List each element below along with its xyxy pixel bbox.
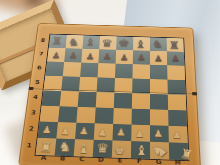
square-g3[interactable]	[150, 109, 168, 126]
file-label-d: D	[91, 155, 111, 165]
file-label-h: H	[168, 158, 188, 165]
piece-white-pawn-e2[interactable]: ♟	[116, 127, 126, 137]
square-h7[interactable]: ♟	[167, 51, 185, 65]
square-e8[interactable]: ♚	[116, 36, 133, 50]
piece-white-pawn-c2[interactable]: ♟	[79, 126, 89, 136]
square-b8[interactable]: ♞	[66, 35, 84, 49]
file-label-a: A	[34, 153, 54, 164]
square-b2[interactable]: ♟	[56, 122, 76, 139]
piece-white-pawn-h2[interactable]: ♟	[172, 130, 182, 140]
file-label-c: C	[72, 154, 92, 165]
square-f4[interactable]	[132, 93, 150, 109]
square-e3[interactable]	[113, 108, 132, 125]
rank-label-4: 4	[29, 89, 41, 105]
square-d3[interactable]	[95, 107, 114, 123]
square-b4[interactable]	[60, 91, 79, 107]
file-label-b: B	[53, 154, 73, 165]
rank-label-3: 3	[27, 104, 40, 120]
square-c4[interactable]	[78, 92, 97, 108]
piece-black-knight-b8[interactable]: ♞	[67, 37, 79, 48]
piece-black-pawn-a7[interactable]: ♟	[51, 51, 61, 59]
piece-black-bishop-f8[interactable]: ♝	[135, 39, 147, 50]
square-f6[interactable]	[132, 64, 149, 79]
piece-white-bishop-c1[interactable]: ♝	[77, 142, 91, 155]
piece-white-pawn-g2[interactable]: ♟	[153, 128, 163, 138]
square-e4[interactable]	[114, 93, 132, 109]
rank-label-1: 1	[23, 137, 36, 154]
board-grid: ♜♞♝♛♚♝♞♜♟♟♟♟♟♟♟♟♟♟♟♟♟♟♟♟♜♞♝♛♚♝♞♜	[34, 34, 189, 161]
piece-white-rook-a1[interactable]: ♜	[39, 140, 53, 153]
piece-black-rook-h8[interactable]: ♜	[168, 40, 180, 51]
file-label-g: G	[149, 157, 168, 165]
rank-label-2: 2	[25, 120, 38, 137]
rank-label-5: 5	[32, 75, 44, 90]
piece-white-pawn-b2[interactable]: ♟	[60, 126, 71, 136]
piece-white-pawn-d2[interactable]: ♟	[97, 127, 107, 137]
piece-black-pawn-h7[interactable]: ♟	[171, 54, 180, 62]
square-h2[interactable]: ♟	[168, 126, 187, 143]
square-d4[interactable]	[96, 92, 115, 108]
square-d7[interactable]: ♟	[98, 49, 116, 63]
square-g6[interactable]	[150, 65, 168, 80]
rank-label-6: 6	[34, 60, 46, 75]
piece-black-pawn-d7[interactable]: ♟	[103, 52, 112, 60]
square-d8[interactable]: ♛	[99, 36, 116, 50]
piece-black-rook-a8[interactable]: ♜	[51, 36, 64, 47]
piece-white-queen-d1[interactable]: ♛	[96, 141, 110, 154]
corner-blur-object-dark	[26, 0, 42, 4]
square-f2[interactable]: ♟	[131, 125, 150, 142]
piece-black-king-e8[interactable]: ♚	[118, 38, 130, 49]
square-a4[interactable]	[42, 90, 62, 106]
square-a3[interactable]	[40, 106, 60, 122]
piece-black-pawn-g7[interactable]: ♟	[154, 54, 163, 62]
piece-black-queen-d8[interactable]: ♛	[101, 38, 113, 49]
square-c8[interactable]: ♝	[82, 35, 100, 49]
square-e2[interactable]: ♟	[112, 124, 131, 141]
piece-white-bishop-f1[interactable]: ♝	[135, 144, 148, 158]
square-g8[interactable]: ♞	[150, 37, 167, 51]
square-c2[interactable]: ♟	[75, 123, 95, 140]
square-a6[interactable]	[45, 61, 64, 76]
rank-label-8: 8	[37, 33, 48, 47]
chess-board: ♜♞♝♛♚♝♞♜♟♟♟♟♟♟♟♟♟♟♟♟♟♟♟♟♜♞♝♛♚♝♞♜ ABCDEFG…	[18, 23, 201, 165]
square-a7[interactable]: ♟	[47, 48, 65, 62]
file-label-f: F	[130, 156, 149, 165]
square-e7[interactable]: ♟	[116, 50, 133, 64]
board-frame: ♜♞♝♛♚♝♞♜♟♟♟♟♟♟♟♟♟♟♟♟♟♟♟♟♜♞♝♛♚♝♞♜ ABCDEFG…	[18, 23, 201, 165]
square-h8[interactable]: ♜	[167, 38, 184, 52]
square-f3[interactable]	[132, 109, 150, 126]
square-h3[interactable]	[168, 110, 187, 127]
piece-black-pawn-f7[interactable]: ♟	[137, 53, 146, 61]
piece-black-knight-g8[interactable]: ♞	[152, 39, 164, 50]
piece-white-pawn-f2[interactable]: ♟	[135, 129, 145, 139]
piece-white-knight-b1[interactable]: ♞	[58, 140, 72, 153]
square-f7[interactable]: ♟	[133, 50, 150, 64]
piece-black-pawn-e7[interactable]: ♟	[120, 53, 129, 61]
square-h4[interactable]	[168, 94, 187, 110]
square-b7[interactable]: ♟	[64, 48, 82, 62]
tray-divider-horizontal	[0, 46, 34, 64]
square-f8[interactable]: ♝	[133, 37, 150, 51]
square-d6[interactable]	[98, 63, 116, 78]
file-label-e: E	[110, 156, 129, 165]
rank-label-7: 7	[35, 47, 47, 61]
square-b3[interactable]	[58, 106, 78, 122]
piece-white-pawn-a2[interactable]: ♟	[42, 125, 53, 135]
square-a2[interactable]: ♟	[38, 121, 58, 138]
square-b6[interactable]	[63, 62, 82, 77]
piece-black-pawn-c7[interactable]: ♟	[86, 52, 95, 60]
square-h6[interactable]	[167, 65, 185, 80]
square-a8[interactable]: ♜	[49, 34, 67, 48]
hinge-icon	[192, 92, 197, 95]
square-c6[interactable]	[80, 63, 98, 78]
square-g7[interactable]: ♟	[150, 51, 167, 65]
photo-scene: ♜♞♝♛♚♝♞♜♟♟♟♟♟♟♟♟♟♟♟♟♟♟♟♟♜♞♝♛♚♝♞♜ ABCDEFG…	[0, 0, 220, 165]
piece-black-pawn-b7[interactable]: ♟	[69, 51, 79, 59]
square-g4[interactable]	[150, 94, 168, 110]
square-d2[interactable]: ♟	[94, 123, 113, 140]
piece-black-bishop-c8[interactable]: ♝	[84, 37, 96, 48]
square-c3[interactable]	[76, 107, 95, 123]
square-c7[interactable]: ♟	[81, 49, 99, 63]
square-e6[interactable]	[115, 64, 133, 79]
